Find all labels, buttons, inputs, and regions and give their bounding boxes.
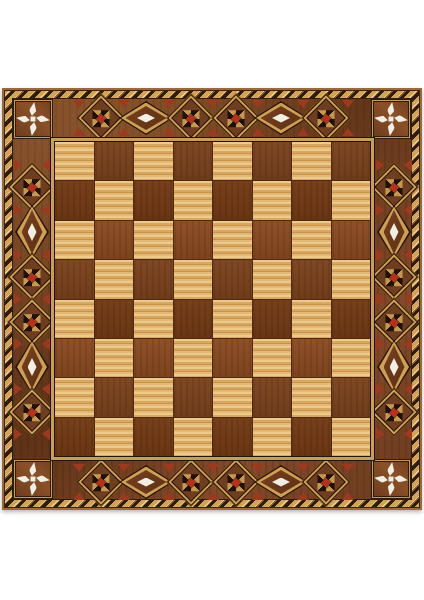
corner-star-bottom-left xyxy=(13,459,53,499)
star-mosaic-medallion-left-0 xyxy=(12,167,52,207)
red-triangle-accent xyxy=(376,204,384,216)
red-triangle-accent xyxy=(118,100,130,108)
mother-of-pearl-medallion-top-1 xyxy=(119,101,173,135)
mother-of-pearl-medallion-bottom-4 xyxy=(254,465,308,499)
mother-of-pearl-ray-icon xyxy=(393,114,408,123)
mosaic-core xyxy=(228,474,245,491)
star-mosaic-medallion-bottom-5 xyxy=(306,462,346,502)
corner-star-bottom-right xyxy=(371,459,411,499)
mother-of-pearl-ray-icon xyxy=(386,101,395,116)
square-g4[interactable] xyxy=(292,300,331,338)
square-e6[interactable] xyxy=(213,221,252,259)
red-triangle-accent xyxy=(342,464,354,472)
mosaic-core xyxy=(318,110,335,127)
mother-of-pearl-medallion-left-4 xyxy=(15,340,49,394)
red-triangle-accent xyxy=(163,464,175,472)
square-h4[interactable] xyxy=(332,300,371,338)
red-triangle-accent xyxy=(404,249,412,261)
red-center xyxy=(389,407,399,417)
square-d8[interactable] xyxy=(174,142,213,180)
mother-of-pearl-inlay xyxy=(28,358,37,376)
square-f1[interactable] xyxy=(253,418,292,456)
square-c8[interactable] xyxy=(134,142,173,180)
mother-of-pearl-medallion-right-1 xyxy=(377,205,411,259)
square-e5[interactable] xyxy=(213,260,252,298)
square-h1[interactable] xyxy=(332,418,371,456)
red-triangle-accent xyxy=(163,100,175,108)
mosaic-core xyxy=(183,110,200,127)
red-triangle-accent xyxy=(404,293,412,305)
mosaic-core xyxy=(386,314,403,331)
red-center xyxy=(321,113,331,123)
mosaic-core xyxy=(386,404,403,421)
corner-star-top-left xyxy=(13,99,53,139)
mother-of-pearl-inlay xyxy=(137,114,155,123)
red-center xyxy=(186,113,196,123)
square-e7[interactable] xyxy=(213,181,252,219)
star-center xyxy=(389,117,394,122)
mosaic-core xyxy=(183,474,200,491)
red-triangle-accent xyxy=(14,249,22,261)
red-center xyxy=(389,317,399,327)
square-d6[interactable] xyxy=(174,221,213,259)
red-triangle-accent xyxy=(118,464,130,472)
red-triangle-accent xyxy=(376,338,384,350)
corner-star-top-right xyxy=(371,99,411,139)
square-f6[interactable] xyxy=(253,221,292,259)
mother-of-pearl-ray-icon xyxy=(393,474,408,483)
square-b6[interactable] xyxy=(95,221,134,259)
square-e4[interactable] xyxy=(213,300,252,338)
red-triangle-accent xyxy=(42,338,50,350)
red-triangle-accent xyxy=(14,159,22,171)
medallion-outline xyxy=(256,467,306,498)
mosaic-core xyxy=(318,474,335,491)
square-h6[interactable] xyxy=(332,221,371,259)
mother-of-pearl-ray-icon xyxy=(373,114,388,123)
red-triangle-accent xyxy=(297,492,309,500)
red-triangle-accent xyxy=(73,128,85,136)
square-h5[interactable] xyxy=(332,260,371,298)
square-a2[interactable] xyxy=(55,378,94,416)
medallion-field xyxy=(22,345,43,389)
star-mosaic-medallion-bottom-2 xyxy=(171,462,211,502)
square-b8[interactable] xyxy=(95,142,134,180)
board-grid xyxy=(55,142,370,456)
red-triangle-accent xyxy=(376,383,384,395)
square-d4[interactable] xyxy=(174,300,213,338)
red-triangle-accent xyxy=(376,428,384,440)
mother-of-pearl-ray-icon xyxy=(28,481,37,496)
square-g5[interactable] xyxy=(292,260,331,298)
red-center xyxy=(389,182,399,192)
red-triangle-accent xyxy=(404,428,412,440)
red-triangle-accent xyxy=(207,128,219,136)
square-a7[interactable] xyxy=(55,181,94,219)
red-triangle-accent xyxy=(163,492,175,500)
mosaic-core xyxy=(386,179,403,196)
square-b5[interactable] xyxy=(95,260,134,298)
red-triangle-accent xyxy=(376,249,384,261)
mosaic-core xyxy=(24,404,41,421)
mother-of-pearl-medallion-left-1 xyxy=(15,205,49,259)
red-triangle-accent xyxy=(42,249,50,261)
star-mosaic-medallion-left-5 xyxy=(12,392,52,432)
square-h7[interactable] xyxy=(332,181,371,219)
square-b3[interactable] xyxy=(95,339,134,377)
red-triangle-accent xyxy=(404,204,412,216)
red-triangle-accent xyxy=(297,100,309,108)
square-f4[interactable] xyxy=(253,300,292,338)
mother-of-pearl-ray-icon xyxy=(373,474,388,483)
red-triangle-accent xyxy=(14,293,22,305)
mother-of-pearl-inlay xyxy=(28,223,37,241)
square-f5[interactable] xyxy=(253,260,292,298)
mosaic-core xyxy=(386,269,403,286)
red-triangle-accent xyxy=(252,492,264,500)
star-mosaic-medallion-top-3 xyxy=(216,98,256,138)
red-triangle-accent xyxy=(14,338,22,350)
square-a6[interactable] xyxy=(55,221,94,259)
square-c1[interactable] xyxy=(134,418,173,456)
red-triangle-accent xyxy=(14,428,22,440)
red-triangle-accent xyxy=(376,293,384,305)
medallion-field xyxy=(126,470,167,494)
red-triangle-accent xyxy=(252,128,264,136)
square-e1[interactable] xyxy=(213,418,252,456)
red-triangle-accent xyxy=(118,492,130,500)
square-b2[interactable] xyxy=(95,378,134,416)
mother-of-pearl-ray-icon xyxy=(28,101,37,116)
red-center xyxy=(27,317,37,327)
red-triangle-accent xyxy=(73,492,85,500)
square-h8[interactable] xyxy=(332,142,371,180)
square-f2[interactable] xyxy=(253,378,292,416)
square-d2[interactable] xyxy=(174,378,213,416)
red-center xyxy=(321,477,331,487)
red-triangle-accent xyxy=(118,128,130,136)
square-d7[interactable] xyxy=(174,181,213,219)
mosaic-core xyxy=(24,179,41,196)
mother-of-pearl-ray-icon xyxy=(386,481,395,496)
red-triangle-accent xyxy=(252,464,264,472)
red-center xyxy=(389,272,399,282)
square-c6[interactable] xyxy=(134,221,173,259)
mosaic-core xyxy=(93,474,110,491)
red-triangle-accent xyxy=(342,492,354,500)
medallion-field xyxy=(384,345,405,389)
medallion-outline xyxy=(379,342,409,393)
star-mosaic-medallion-left-2 xyxy=(12,257,52,297)
mother-of-pearl-inlay xyxy=(390,223,399,241)
product-photo xyxy=(0,0,424,600)
star-mosaic-medallion-right-3 xyxy=(374,302,414,342)
medallion-outline xyxy=(121,103,171,134)
star-mosaic-medallion-bottom-3 xyxy=(216,462,256,502)
red-triangle-accent xyxy=(42,383,50,395)
red-center xyxy=(231,477,241,487)
red-triangle-accent xyxy=(207,100,219,108)
square-f8[interactable] xyxy=(253,142,292,180)
mother-of-pearl-inlay xyxy=(390,358,399,376)
red-triangle-accent xyxy=(163,128,175,136)
medallion-outline xyxy=(256,103,306,134)
square-e8[interactable] xyxy=(213,142,252,180)
red-triangle-accent xyxy=(342,128,354,136)
mother-of-pearl-medallion-bottom-1 xyxy=(119,465,173,499)
medallion-field xyxy=(22,210,43,254)
red-triangle-accent xyxy=(207,492,219,500)
red-triangle-accent xyxy=(376,159,384,171)
red-center xyxy=(231,113,241,123)
mother-of-pearl-ray-icon xyxy=(28,461,37,476)
square-c5[interactable] xyxy=(134,260,173,298)
mosaic-core xyxy=(24,314,41,331)
square-h3[interactable] xyxy=(332,339,371,377)
square-g6[interactable] xyxy=(292,221,331,259)
square-g7[interactable] xyxy=(292,181,331,219)
mother-of-pearl-ray-icon xyxy=(35,114,50,123)
mosaic-core xyxy=(24,269,41,286)
square-c2[interactable] xyxy=(134,378,173,416)
star-mosaic-medallion-top-2 xyxy=(171,98,211,138)
red-triangle-accent xyxy=(42,159,50,171)
square-a5[interactable] xyxy=(55,260,94,298)
star-mosaic-medallion-bottom-0 xyxy=(81,462,121,502)
square-g3[interactable] xyxy=(292,339,331,377)
red-triangle-accent xyxy=(207,464,219,472)
medallion-field xyxy=(126,106,167,130)
red-center xyxy=(27,407,37,417)
red-center xyxy=(96,113,106,123)
star-center xyxy=(389,477,394,482)
star-mosaic-medallion-right-5 xyxy=(374,392,414,432)
red-triangle-accent xyxy=(404,338,412,350)
star-mosaic-medallion-top-0 xyxy=(81,98,121,138)
square-c3[interactable] xyxy=(134,339,173,377)
square-a3[interactable] xyxy=(55,339,94,377)
square-g8[interactable] xyxy=(292,142,331,180)
red-triangle-accent xyxy=(404,159,412,171)
medallion-outline xyxy=(121,467,171,498)
star-mosaic-medallion-right-2 xyxy=(374,257,414,297)
mother-of-pearl-ray-icon xyxy=(386,121,395,136)
square-d1[interactable] xyxy=(174,418,213,456)
square-g1[interactable] xyxy=(292,418,331,456)
square-a4[interactable] xyxy=(55,300,94,338)
square-e3[interactable] xyxy=(213,339,252,377)
star-center xyxy=(31,477,36,482)
field-pinstripe-frame xyxy=(50,137,375,461)
red-center xyxy=(27,272,37,282)
square-d5[interactable] xyxy=(174,260,213,298)
mother-of-pearl-ray-icon xyxy=(15,474,30,483)
square-a8[interactable] xyxy=(55,142,94,180)
square-f3[interactable] xyxy=(253,339,292,377)
red-triangle-accent xyxy=(342,100,354,108)
medallion-outline xyxy=(379,207,409,258)
square-f7[interactable] xyxy=(253,181,292,219)
square-g2[interactable] xyxy=(292,378,331,416)
square-b1[interactable] xyxy=(95,418,134,456)
field-pinstripe-frame-inner xyxy=(54,141,371,457)
square-d3[interactable] xyxy=(174,339,213,377)
medallion-outline xyxy=(17,207,47,258)
mosaic-core xyxy=(228,110,245,127)
red-triangle-accent xyxy=(297,464,309,472)
medallion-field xyxy=(261,106,302,130)
red-triangle-accent xyxy=(42,428,50,440)
red-center xyxy=(186,477,196,487)
star-mosaic-medallion-left-3 xyxy=(12,302,52,342)
red-triangle-accent xyxy=(252,100,264,108)
square-e2[interactable] xyxy=(213,378,252,416)
mother-of-pearl-inlay xyxy=(137,478,155,487)
mother-of-pearl-medallion-top-4 xyxy=(254,101,308,135)
square-c7[interactable] xyxy=(134,181,173,219)
red-center xyxy=(96,477,106,487)
square-c4[interactable] xyxy=(134,300,173,338)
red-triangle-accent xyxy=(404,383,412,395)
mother-of-pearl-ray-icon xyxy=(35,474,50,483)
square-a1[interactable] xyxy=(55,418,94,456)
medallion-outline xyxy=(17,342,47,393)
mother-of-pearl-medallion-right-4 xyxy=(377,340,411,394)
medallion-field xyxy=(384,210,405,254)
mother-of-pearl-inlay xyxy=(272,114,290,123)
field-pinstripe-frame-tan xyxy=(51,138,374,460)
mosaic-core xyxy=(93,110,110,127)
square-b4[interactable] xyxy=(95,300,134,338)
red-triangle-accent xyxy=(73,464,85,472)
chessboard xyxy=(2,88,422,510)
mother-of-pearl-ray-icon xyxy=(15,114,30,123)
square-b7[interactable] xyxy=(95,181,134,219)
square-h2[interactable] xyxy=(332,378,371,416)
red-triangle-accent xyxy=(297,128,309,136)
mother-of-pearl-ray-icon xyxy=(386,461,395,476)
red-center xyxy=(27,182,37,192)
red-triangle-accent xyxy=(73,100,85,108)
red-triangle-accent xyxy=(14,383,22,395)
mother-of-pearl-ray-icon xyxy=(28,121,37,136)
mother-of-pearl-inlay xyxy=(272,478,290,487)
star-mosaic-medallion-right-0 xyxy=(374,167,414,207)
red-triangle-accent xyxy=(14,204,22,216)
medallion-field xyxy=(261,470,302,494)
star-center xyxy=(31,117,36,122)
red-triangle-accent xyxy=(42,293,50,305)
red-triangle-accent xyxy=(42,204,50,216)
star-mosaic-medallion-top-5 xyxy=(306,98,346,138)
